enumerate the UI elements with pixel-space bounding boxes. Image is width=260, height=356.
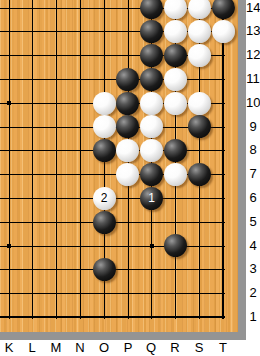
intersection-L10[interactable] bbox=[21, 91, 45, 115]
intersection-T8[interactable] bbox=[211, 139, 235, 163]
row-label-12: 12 bbox=[246, 48, 260, 62]
stone-black-R12[interactable] bbox=[164, 44, 187, 67]
stone-black-P9[interactable] bbox=[116, 115, 139, 138]
stone-white-S14[interactable] bbox=[188, 0, 211, 19]
intersection-K6[interactable] bbox=[0, 186, 21, 210]
intersection-N13[interactable] bbox=[68, 20, 92, 44]
stone-black-T14[interactable] bbox=[212, 0, 235, 19]
intersection-M7[interactable] bbox=[45, 163, 69, 187]
intersection-O14[interactable] bbox=[92, 0, 116, 20]
intersection-L4[interactable] bbox=[21, 234, 45, 258]
stone-white-O10[interactable] bbox=[93, 92, 116, 115]
intersection-M2[interactable] bbox=[45, 282, 69, 306]
intersection-P6[interactable] bbox=[116, 186, 140, 210]
intersection-R7[interactable] bbox=[164, 163, 188, 187]
intersection-O13[interactable] bbox=[92, 20, 116, 44]
col-label-L: L bbox=[24, 340, 40, 356]
intersection-N4[interactable] bbox=[68, 234, 92, 258]
intersection-T4[interactable] bbox=[211, 234, 235, 258]
intersection-L6[interactable] bbox=[21, 186, 45, 210]
intersection-S14[interactable] bbox=[187, 0, 211, 20]
intersection-K11[interactable] bbox=[0, 67, 21, 91]
intersection-M8[interactable] bbox=[45, 139, 69, 163]
row-label-11: 11 bbox=[246, 72, 260, 86]
stone-black-R8[interactable] bbox=[164, 139, 187, 162]
intersection-T1[interactable] bbox=[211, 305, 235, 329]
intersection-Q2[interactable] bbox=[140, 282, 164, 306]
intersection-L3[interactable] bbox=[21, 258, 45, 282]
intersection-K9[interactable] bbox=[0, 115, 21, 139]
col-label-T: T bbox=[215, 340, 231, 356]
stone-white-O9[interactable] bbox=[93, 115, 116, 138]
intersection-M10[interactable] bbox=[45, 91, 69, 115]
intersection-P7[interactable] bbox=[116, 163, 140, 187]
intersection-Q12[interactable] bbox=[140, 44, 164, 68]
intersection-N7[interactable] bbox=[68, 163, 92, 187]
intersection-N3[interactable] bbox=[68, 258, 92, 282]
stone-white-S12[interactable] bbox=[188, 44, 211, 67]
intersection-T13[interactable] bbox=[211, 20, 235, 44]
col-label-Q: Q bbox=[143, 340, 159, 356]
intersection-M5[interactable] bbox=[45, 210, 69, 234]
intersection-T7[interactable] bbox=[211, 163, 235, 187]
intersection-K1[interactable] bbox=[0, 305, 21, 329]
intersection-L9[interactable] bbox=[21, 115, 45, 139]
intersection-Q10[interactable] bbox=[140, 91, 164, 115]
intersection-R13[interactable] bbox=[164, 20, 188, 44]
stone-black-O5[interactable] bbox=[93, 211, 116, 234]
stone-black-Q11[interactable] bbox=[140, 68, 163, 91]
intersection-L14[interactable] bbox=[21, 0, 45, 20]
intersection-L13[interactable] bbox=[21, 20, 45, 44]
intersection-P11[interactable] bbox=[116, 67, 140, 91]
col-label-R: R bbox=[167, 340, 183, 356]
intersection-N1[interactable] bbox=[68, 305, 92, 329]
move-label-1: 1 bbox=[148, 192, 155, 204]
stone-black-O3[interactable] bbox=[93, 258, 116, 281]
stone-white-O6[interactable]: 2 bbox=[93, 187, 116, 210]
row-label-6: 6 bbox=[246, 191, 260, 205]
intersection-K8[interactable] bbox=[0, 139, 21, 163]
board-grid: 21 bbox=[0, 0, 235, 329]
intersection-K3[interactable] bbox=[0, 258, 21, 282]
intersection-K4[interactable] bbox=[0, 234, 21, 258]
intersection-R4[interactable] bbox=[164, 234, 188, 258]
stone-white-S10[interactable] bbox=[188, 92, 211, 115]
stone-black-S7[interactable] bbox=[188, 163, 211, 186]
intersection-L8[interactable] bbox=[21, 139, 45, 163]
intersection-P3[interactable] bbox=[116, 258, 140, 282]
intersection-S4[interactable] bbox=[187, 234, 211, 258]
stone-black-Q13[interactable] bbox=[140, 20, 163, 43]
intersection-K12[interactable] bbox=[0, 44, 21, 68]
row-label-4: 4 bbox=[246, 239, 260, 253]
intersection-N12[interactable] bbox=[68, 44, 92, 68]
intersection-O1[interactable] bbox=[92, 305, 116, 329]
intersection-R14[interactable] bbox=[164, 0, 188, 20]
intersection-S2[interactable] bbox=[187, 282, 211, 306]
intersection-P13[interactable] bbox=[116, 20, 140, 44]
star-point-K4 bbox=[7, 244, 11, 248]
intersection-O10[interactable] bbox=[92, 91, 116, 115]
intersection-P10[interactable] bbox=[116, 91, 140, 115]
stone-black-O8[interactable] bbox=[93, 139, 116, 162]
intersection-T10[interactable] bbox=[211, 91, 235, 115]
row-label-13: 13 bbox=[246, 24, 260, 38]
intersection-P5[interactable] bbox=[116, 210, 140, 234]
intersection-Q7[interactable] bbox=[140, 163, 164, 187]
intersection-P9[interactable] bbox=[116, 115, 140, 139]
stone-white-R11[interactable] bbox=[164, 68, 187, 91]
intersection-K13[interactable] bbox=[0, 20, 21, 44]
col-label-N: N bbox=[72, 340, 88, 356]
intersection-Q9[interactable] bbox=[140, 115, 164, 139]
intersection-L2[interactable] bbox=[21, 282, 45, 306]
stone-black-Q7[interactable] bbox=[140, 163, 163, 186]
intersection-K7[interactable] bbox=[0, 163, 21, 187]
intersection-R9[interactable] bbox=[164, 115, 188, 139]
intersection-O7[interactable] bbox=[92, 163, 116, 187]
row-label-1: 1 bbox=[246, 310, 260, 324]
intersection-O3[interactable] bbox=[92, 258, 116, 282]
intersection-O11[interactable] bbox=[92, 67, 116, 91]
row-label-7: 7 bbox=[246, 167, 260, 181]
intersection-O8[interactable] bbox=[92, 139, 116, 163]
stone-white-T13[interactable] bbox=[212, 20, 235, 43]
stone-white-Q10[interactable] bbox=[140, 92, 163, 115]
go-board[interactable]: 21 bbox=[0, 0, 238, 332]
intersection-R11[interactable] bbox=[164, 67, 188, 91]
intersection-S1[interactable] bbox=[187, 305, 211, 329]
intersection-Q13[interactable] bbox=[140, 20, 164, 44]
column-coordinates: KLMNOPQRST bbox=[0, 340, 246, 356]
col-label-K: K bbox=[1, 340, 17, 356]
intersection-M6[interactable] bbox=[45, 186, 69, 210]
intersection-P2[interactable] bbox=[116, 282, 140, 306]
intersection-M13[interactable] bbox=[45, 20, 69, 44]
intersection-T5[interactable] bbox=[211, 210, 235, 234]
intersection-L7[interactable] bbox=[21, 163, 45, 187]
intersection-P4[interactable] bbox=[116, 234, 140, 258]
intersection-M11[interactable] bbox=[45, 67, 69, 91]
stone-white-R14[interactable] bbox=[164, 0, 187, 19]
intersection-S3[interactable] bbox=[187, 258, 211, 282]
stone-white-R10[interactable] bbox=[164, 92, 187, 115]
row-label-8: 8 bbox=[246, 143, 260, 157]
intersection-S10[interactable] bbox=[187, 91, 211, 115]
row-label-10: 10 bbox=[246, 96, 260, 110]
intersection-N2[interactable] bbox=[68, 282, 92, 306]
intersection-M9[interactable] bbox=[45, 115, 69, 139]
intersection-N14[interactable] bbox=[68, 0, 92, 20]
intersection-N11[interactable] bbox=[68, 67, 92, 91]
intersection-N6[interactable] bbox=[68, 186, 92, 210]
intersection-O6[interactable]: 2 bbox=[92, 186, 116, 210]
intersection-P14[interactable] bbox=[116, 0, 140, 20]
intersection-R8[interactable] bbox=[164, 139, 188, 163]
intersection-O9[interactable] bbox=[92, 115, 116, 139]
intersection-P12[interactable] bbox=[116, 44, 140, 68]
stone-white-R7[interactable] bbox=[164, 163, 187, 186]
intersection-L5[interactable] bbox=[21, 210, 45, 234]
stone-black-Q12[interactable] bbox=[140, 44, 163, 67]
intersection-Q5[interactable] bbox=[140, 210, 164, 234]
intersection-T3[interactable] bbox=[211, 258, 235, 282]
intersection-T11[interactable] bbox=[211, 67, 235, 91]
intersection-R5[interactable] bbox=[164, 210, 188, 234]
stone-white-P8[interactable] bbox=[116, 139, 139, 162]
intersection-M12[interactable] bbox=[45, 44, 69, 68]
intersection-O2[interactable] bbox=[92, 282, 116, 306]
intersection-P8[interactable] bbox=[116, 139, 140, 163]
go-board-diagram: 21 1413121110987654321 KLMNOPQRST bbox=[0, 0, 260, 356]
row-label-5: 5 bbox=[246, 215, 260, 229]
intersection-N8[interactable] bbox=[68, 139, 92, 163]
intersection-Q3[interactable] bbox=[140, 258, 164, 282]
stone-black-Q14[interactable] bbox=[140, 0, 163, 19]
intersection-L12[interactable] bbox=[21, 44, 45, 68]
intersection-O12[interactable] bbox=[92, 44, 116, 68]
col-label-M: M bbox=[48, 340, 64, 356]
move-label-2: 2 bbox=[101, 192, 108, 204]
stone-white-S13[interactable] bbox=[188, 20, 211, 43]
intersection-S11[interactable] bbox=[187, 67, 211, 91]
row-label-14: 14 bbox=[246, 1, 260, 15]
intersection-M3[interactable] bbox=[45, 258, 69, 282]
stone-black-S9[interactable] bbox=[188, 115, 211, 138]
intersection-K5[interactable] bbox=[0, 210, 21, 234]
stone-black-P10[interactable] bbox=[116, 92, 139, 115]
intersection-L1[interactable] bbox=[21, 305, 45, 329]
row-label-3: 3 bbox=[246, 262, 260, 276]
intersection-N5[interactable] bbox=[68, 210, 92, 234]
stone-black-P11[interactable] bbox=[116, 68, 139, 91]
intersection-R6[interactable] bbox=[164, 186, 188, 210]
intersection-R1[interactable] bbox=[164, 305, 188, 329]
intersection-S5[interactable] bbox=[187, 210, 211, 234]
star-point-K10 bbox=[7, 101, 11, 105]
stone-white-P7[interactable] bbox=[116, 163, 139, 186]
intersection-S9[interactable] bbox=[187, 115, 211, 139]
intersection-K2[interactable] bbox=[0, 282, 21, 306]
stone-white-Q9[interactable] bbox=[140, 115, 163, 138]
intersection-M1[interactable] bbox=[45, 305, 69, 329]
intersection-R2[interactable] bbox=[164, 282, 188, 306]
intersection-T14[interactable] bbox=[211, 0, 235, 20]
stone-white-Q8[interactable] bbox=[140, 139, 163, 162]
intersection-S12[interactable] bbox=[187, 44, 211, 68]
intersection-Q1[interactable] bbox=[140, 305, 164, 329]
intersection-S6[interactable] bbox=[187, 186, 211, 210]
intersection-S8[interactable] bbox=[187, 139, 211, 163]
intersection-S7[interactable] bbox=[187, 163, 211, 187]
intersection-O5[interactable] bbox=[92, 210, 116, 234]
intersection-Q11[interactable] bbox=[140, 67, 164, 91]
intersection-P1[interactable] bbox=[116, 305, 140, 329]
col-label-P: P bbox=[120, 340, 136, 356]
intersection-Q4[interactable] bbox=[140, 234, 164, 258]
intersection-K10[interactable] bbox=[0, 91, 21, 115]
intersection-T9[interactable] bbox=[211, 115, 235, 139]
stone-black-R4[interactable] bbox=[164, 234, 187, 257]
row-label-2: 2 bbox=[246, 286, 260, 300]
intersection-R3[interactable] bbox=[164, 258, 188, 282]
intersection-M4[interactable] bbox=[45, 234, 69, 258]
intersection-T2[interactable] bbox=[211, 282, 235, 306]
star-point-Q4 bbox=[150, 244, 154, 248]
stone-black-Q6[interactable]: 1 bbox=[140, 187, 163, 210]
row-label-9: 9 bbox=[246, 120, 260, 134]
row-coordinates: 1413121110987654321 bbox=[246, 0, 260, 340]
intersection-Q6[interactable]: 1 bbox=[140, 186, 164, 210]
intersection-S13[interactable] bbox=[187, 20, 211, 44]
intersection-R12[interactable] bbox=[164, 44, 188, 68]
intersection-Q14[interactable] bbox=[140, 0, 164, 20]
intersection-N10[interactable] bbox=[68, 91, 92, 115]
intersection-T12[interactable] bbox=[211, 44, 235, 68]
intersection-T6[interactable] bbox=[211, 186, 235, 210]
col-label-O: O bbox=[96, 340, 112, 356]
intersection-L11[interactable] bbox=[21, 67, 45, 91]
stone-white-R13[interactable] bbox=[164, 20, 187, 43]
intersection-Q8[interactable] bbox=[140, 139, 164, 163]
intersection-M14[interactable] bbox=[45, 0, 69, 20]
col-label-S: S bbox=[191, 340, 207, 356]
intersection-O4[interactable] bbox=[92, 234, 116, 258]
intersection-N9[interactable] bbox=[68, 115, 92, 139]
intersection-K14[interactable] bbox=[0, 0, 21, 20]
intersection-R10[interactable] bbox=[164, 91, 188, 115]
